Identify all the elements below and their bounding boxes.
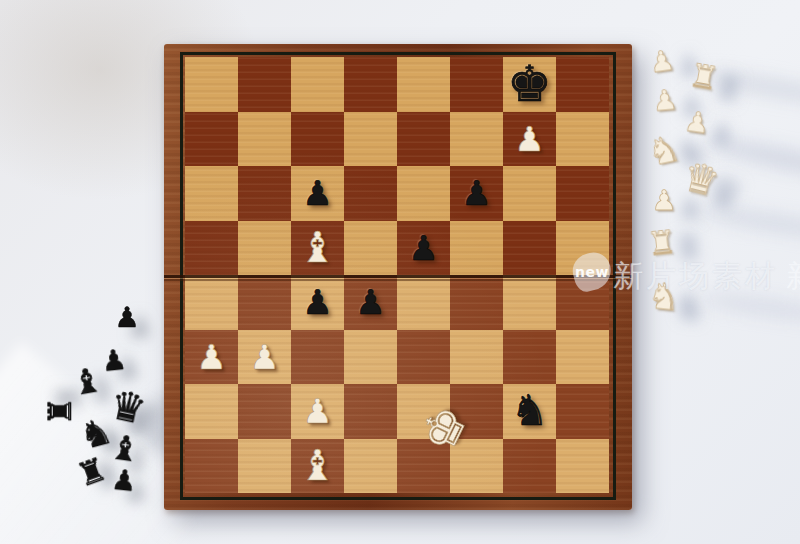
square-a8[interactable] (185, 57, 238, 112)
square-d1[interactable] (344, 439, 397, 494)
square-c2[interactable]: ♟ (291, 384, 344, 439)
square-d3[interactable] (344, 330, 397, 385)
square-a5[interactable] (185, 221, 238, 276)
captured-white-pawn: ♟ (651, 86, 678, 116)
square-g1[interactable] (503, 439, 556, 494)
captured-black-pawn: ♟ (100, 346, 128, 376)
square-d8[interactable] (344, 57, 397, 112)
square-f2[interactable]: ♚ (450, 384, 503, 439)
white-pawn[interactable]: ♟ (249, 340, 279, 374)
captured-black-pawn: ♟ (114, 304, 139, 332)
square-d2[interactable] (344, 384, 397, 439)
tabletop-photo: ♚♟♟♟♝♟♟♟♟♟♟♚♞♝ ♟♜♟♟♞♛♟♜♞ ♟♟♝♜♛♞♝♜♟ new 新… (0, 0, 800, 544)
captured-white-pawn: ♟ (648, 46, 677, 77)
square-g5[interactable] (503, 221, 556, 276)
captured-white-pawn: ♟ (683, 107, 712, 138)
square-a3[interactable]: ♟ (185, 330, 238, 385)
square-e5[interactable]: ♟ (397, 221, 450, 276)
square-b7[interactable] (238, 112, 291, 167)
square-d7[interactable] (344, 112, 397, 167)
square-a7[interactable] (185, 112, 238, 167)
watermark-text-partial: 新 (786, 256, 800, 297)
black-pawn[interactable]: ♟ (355, 285, 385, 319)
square-c5[interactable]: ♝ (291, 221, 344, 276)
square-h3[interactable] (556, 330, 609, 385)
square-h8[interactable] (556, 57, 609, 112)
black-pawn[interactable]: ♟ (302, 285, 332, 319)
white-bishop[interactable]: ♝ (299, 445, 337, 487)
square-h2[interactable] (556, 384, 609, 439)
captured-white-knight: ♞ (646, 277, 682, 316)
chess-board: ♚♟♟♟♝♟♟♟♟♟♟♚♞♝ (164, 44, 632, 510)
square-e7[interactable] (397, 112, 450, 167)
captured-white-queen: ♛ (679, 155, 723, 202)
captured-black-bishop: ♝ (69, 362, 105, 401)
square-g7[interactable]: ♟ (503, 112, 556, 167)
square-h6[interactable] (556, 166, 609, 221)
square-a1[interactable] (185, 439, 238, 494)
board-fold-seam (164, 275, 632, 281)
square-f8[interactable] (450, 57, 503, 112)
watermark-text: 新片场素材 (613, 256, 778, 297)
square-b6[interactable] (238, 166, 291, 221)
square-c6[interactable]: ♟ (291, 166, 344, 221)
captured-black-pawn: ♟ (110, 466, 138, 496)
black-knight[interactable]: ♞ (511, 390, 549, 432)
square-g8[interactable]: ♚ (503, 57, 556, 112)
square-g2[interactable]: ♞ (503, 384, 556, 439)
square-b5[interactable] (238, 221, 291, 276)
square-g6[interactable] (503, 166, 556, 221)
captured-white-rook: ♜ (687, 59, 721, 95)
square-d6[interactable] (344, 166, 397, 221)
square-f4[interactable] (450, 275, 503, 330)
square-h7[interactable] (556, 112, 609, 167)
square-d5[interactable] (344, 221, 397, 276)
square-b1[interactable] (238, 439, 291, 494)
captured-white-pawn: ♟ (651, 187, 676, 215)
captured-white-knight: ♞ (644, 130, 683, 172)
square-a6[interactable] (185, 166, 238, 221)
black-pawn[interactable]: ♟ (302, 176, 332, 210)
square-c8[interactable] (291, 57, 344, 112)
white-pawn[interactable]: ♟ (196, 340, 226, 374)
square-b2[interactable] (238, 384, 291, 439)
square-c7[interactable] (291, 112, 344, 167)
captured-black-queen: ♛ (106, 384, 149, 431)
square-c4[interactable]: ♟ (291, 275, 344, 330)
shadow-streak (700, 203, 800, 242)
square-a4[interactable] (185, 275, 238, 330)
square-a2[interactable] (185, 384, 238, 439)
square-c1[interactable]: ♝ (291, 439, 344, 494)
black-pawn[interactable]: ♟ (408, 231, 438, 265)
captured-black-bishop: ♝ (108, 429, 143, 467)
square-f7[interactable] (450, 112, 503, 167)
square-f6[interactable]: ♟ (450, 166, 503, 221)
square-c3[interactable] (291, 330, 344, 385)
square-b3[interactable]: ♟ (238, 330, 291, 385)
square-e8[interactable] (397, 57, 450, 112)
square-b8[interactable] (238, 57, 291, 112)
white-pawn[interactable]: ♟ (302, 394, 332, 428)
square-f5[interactable] (450, 221, 503, 276)
white-bishop[interactable]: ♝ (299, 227, 337, 269)
black-king[interactable]: ♚ (507, 59, 552, 109)
captured-black-rook: ♜ (44, 397, 76, 426)
white-pawn[interactable]: ♟ (514, 122, 544, 156)
square-d4[interactable]: ♟ (344, 275, 397, 330)
captured-black-rook: ♜ (73, 452, 111, 492)
black-pawn[interactable]: ♟ (461, 176, 491, 210)
square-e3[interactable] (397, 330, 450, 385)
shadow-streak (698, 290, 800, 324)
square-f3[interactable] (450, 330, 503, 385)
square-h5[interactable] (556, 221, 609, 276)
captured-white-rook: ♜ (646, 226, 678, 261)
square-b4[interactable] (238, 275, 291, 330)
square-g3[interactable] (503, 330, 556, 385)
square-h4[interactable] (556, 275, 609, 330)
square-h1[interactable] (556, 439, 609, 494)
square-g4[interactable] (503, 275, 556, 330)
square-e6[interactable] (397, 166, 450, 221)
square-e4[interactable] (397, 275, 450, 330)
